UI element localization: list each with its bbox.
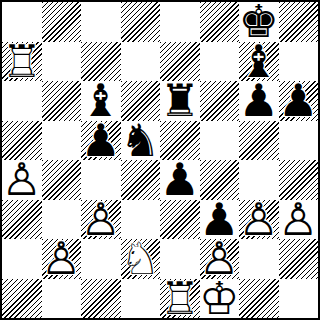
square-h1[interactable] [279, 279, 319, 319]
piece-halo: ♜ [160, 81, 200, 121]
square-e1[interactable]: ♜♖ [160, 279, 200, 319]
square-e5[interactable] [160, 121, 200, 161]
piece-halo: ♟ [279, 81, 319, 121]
square-d6[interactable] [121, 81, 161, 121]
square-h4[interactable] [279, 160, 319, 200]
piece-halo: ♝ [239, 42, 279, 82]
white-pawn-c3: ♙ [81, 200, 121, 240]
piece-halo: ♟ [2, 160, 42, 200]
square-a8[interactable] [2, 2, 42, 42]
square-f2[interactable]: ♟♙ [200, 239, 240, 279]
square-h3[interactable]: ♟♙ [279, 200, 319, 240]
square-d7[interactable] [121, 42, 161, 82]
square-b6[interactable] [42, 81, 82, 121]
black-pawn-e4: ♟ [160, 160, 200, 200]
square-a4[interactable]: ♟♙ [2, 160, 42, 200]
piece-halo: ♞ [121, 239, 161, 279]
square-b1[interactable] [42, 279, 82, 319]
square-b7[interactable] [42, 42, 82, 82]
square-c2[interactable] [81, 239, 121, 279]
square-a7[interactable]: ♜♖ [2, 42, 42, 82]
square-g4[interactable] [239, 160, 279, 200]
square-d2[interactable]: ♞♘ [121, 239, 161, 279]
black-rook-e6: ♜ [160, 81, 200, 121]
piece-halo: ♟ [200, 239, 240, 279]
square-d5[interactable]: ♞♞ [121, 121, 161, 161]
black-bishop-g7: ♝ [239, 42, 279, 82]
white-knight-d2: ♘ [121, 239, 161, 279]
square-e8[interactable] [160, 2, 200, 42]
square-g5[interactable] [239, 121, 279, 161]
square-f7[interactable] [200, 42, 240, 82]
square-c4[interactable] [81, 160, 121, 200]
square-b3[interactable] [42, 200, 82, 240]
white-king-f1: ♔ [200, 279, 240, 319]
black-pawn-f3: ♟ [200, 200, 240, 240]
square-c5[interactable]: ♟♟ [81, 121, 121, 161]
square-f4[interactable] [200, 160, 240, 200]
piece-halo: ♝ [81, 81, 121, 121]
square-h2[interactable] [279, 239, 319, 279]
square-h5[interactable] [279, 121, 319, 161]
square-h8[interactable] [279, 2, 319, 42]
white-rook-e1: ♖ [160, 279, 200, 319]
square-a5[interactable] [2, 121, 42, 161]
black-knight-d5: ♞ [121, 121, 161, 161]
black-king-g8: ♚ [239, 2, 279, 42]
square-f6[interactable] [200, 81, 240, 121]
square-b5[interactable] [42, 121, 82, 161]
black-pawn-c5: ♟ [81, 121, 121, 161]
square-g8[interactable]: ♚♚ [239, 2, 279, 42]
square-f5[interactable] [200, 121, 240, 161]
white-pawn-a4: ♙ [2, 160, 42, 200]
piece-halo: ♜ [2, 42, 42, 82]
square-f3[interactable]: ♟♟ [200, 200, 240, 240]
piece-halo: ♟ [239, 81, 279, 121]
square-e7[interactable] [160, 42, 200, 82]
square-g7[interactable]: ♝♝ [239, 42, 279, 82]
piece-halo: ♚ [239, 2, 279, 42]
square-g6[interactable]: ♟♟ [239, 81, 279, 121]
square-b8[interactable] [42, 2, 82, 42]
chess-diagram: ♚♚♜♖♝♝♝♝♜♜♟♟♟♟♟♟♞♞♟♙♟♟♟♙♟♟♟♙♟♙♟♙♞♘♟♙♜♖♚♔ [0, 0, 320, 320]
piece-halo: ♞ [121, 121, 161, 161]
square-a2[interactable] [2, 239, 42, 279]
square-f1[interactable]: ♚♔ [200, 279, 240, 319]
square-c3[interactable]: ♟♙ [81, 200, 121, 240]
piece-halo: ♟ [81, 121, 121, 161]
square-e6[interactable]: ♜♜ [160, 81, 200, 121]
square-e3[interactable] [160, 200, 200, 240]
square-g3[interactable]: ♟♙ [239, 200, 279, 240]
square-d4[interactable] [121, 160, 161, 200]
square-c6[interactable]: ♝♝ [81, 81, 121, 121]
square-c7[interactable] [81, 42, 121, 82]
square-d8[interactable] [121, 2, 161, 42]
square-g2[interactable] [239, 239, 279, 279]
square-b4[interactable] [42, 160, 82, 200]
chess-board: ♚♚♜♖♝♝♝♝♜♜♟♟♟♟♟♟♞♞♟♙♟♟♟♙♟♟♟♙♟♙♟♙♞♘♟♙♜♖♚♔ [0, 0, 320, 320]
square-h7[interactable] [279, 42, 319, 82]
white-pawn-b2: ♙ [42, 239, 82, 279]
square-g1[interactable] [239, 279, 279, 319]
white-pawn-f2: ♙ [200, 239, 240, 279]
white-pawn-h3: ♙ [279, 200, 319, 240]
white-rook-a7: ♖ [2, 42, 42, 82]
black-pawn-h6: ♟ [279, 81, 319, 121]
piece-halo: ♟ [200, 200, 240, 240]
piece-halo: ♟ [81, 200, 121, 240]
square-a3[interactable] [2, 200, 42, 240]
piece-halo: ♟ [279, 200, 319, 240]
piece-halo: ♚ [200, 279, 240, 319]
black-pawn-g6: ♟ [239, 81, 279, 121]
piece-halo: ♜ [160, 279, 200, 319]
square-c8[interactable] [81, 2, 121, 42]
square-h6[interactable]: ♟♟ [279, 81, 319, 121]
square-d1[interactable] [121, 279, 161, 319]
piece-halo: ♟ [160, 160, 200, 200]
piece-halo: ♟ [42, 239, 82, 279]
square-e2[interactable] [160, 239, 200, 279]
piece-halo: ♟ [239, 200, 279, 240]
square-c1[interactable] [81, 279, 121, 319]
square-a1[interactable] [2, 279, 42, 319]
square-e4[interactable]: ♟♟ [160, 160, 200, 200]
square-d3[interactable] [121, 200, 161, 240]
square-f8[interactable] [200, 2, 240, 42]
square-a6[interactable] [2, 81, 42, 121]
square-b2[interactable]: ♟♙ [42, 239, 82, 279]
black-bishop-c6: ♝ [81, 81, 121, 121]
white-pawn-g3: ♙ [239, 200, 279, 240]
